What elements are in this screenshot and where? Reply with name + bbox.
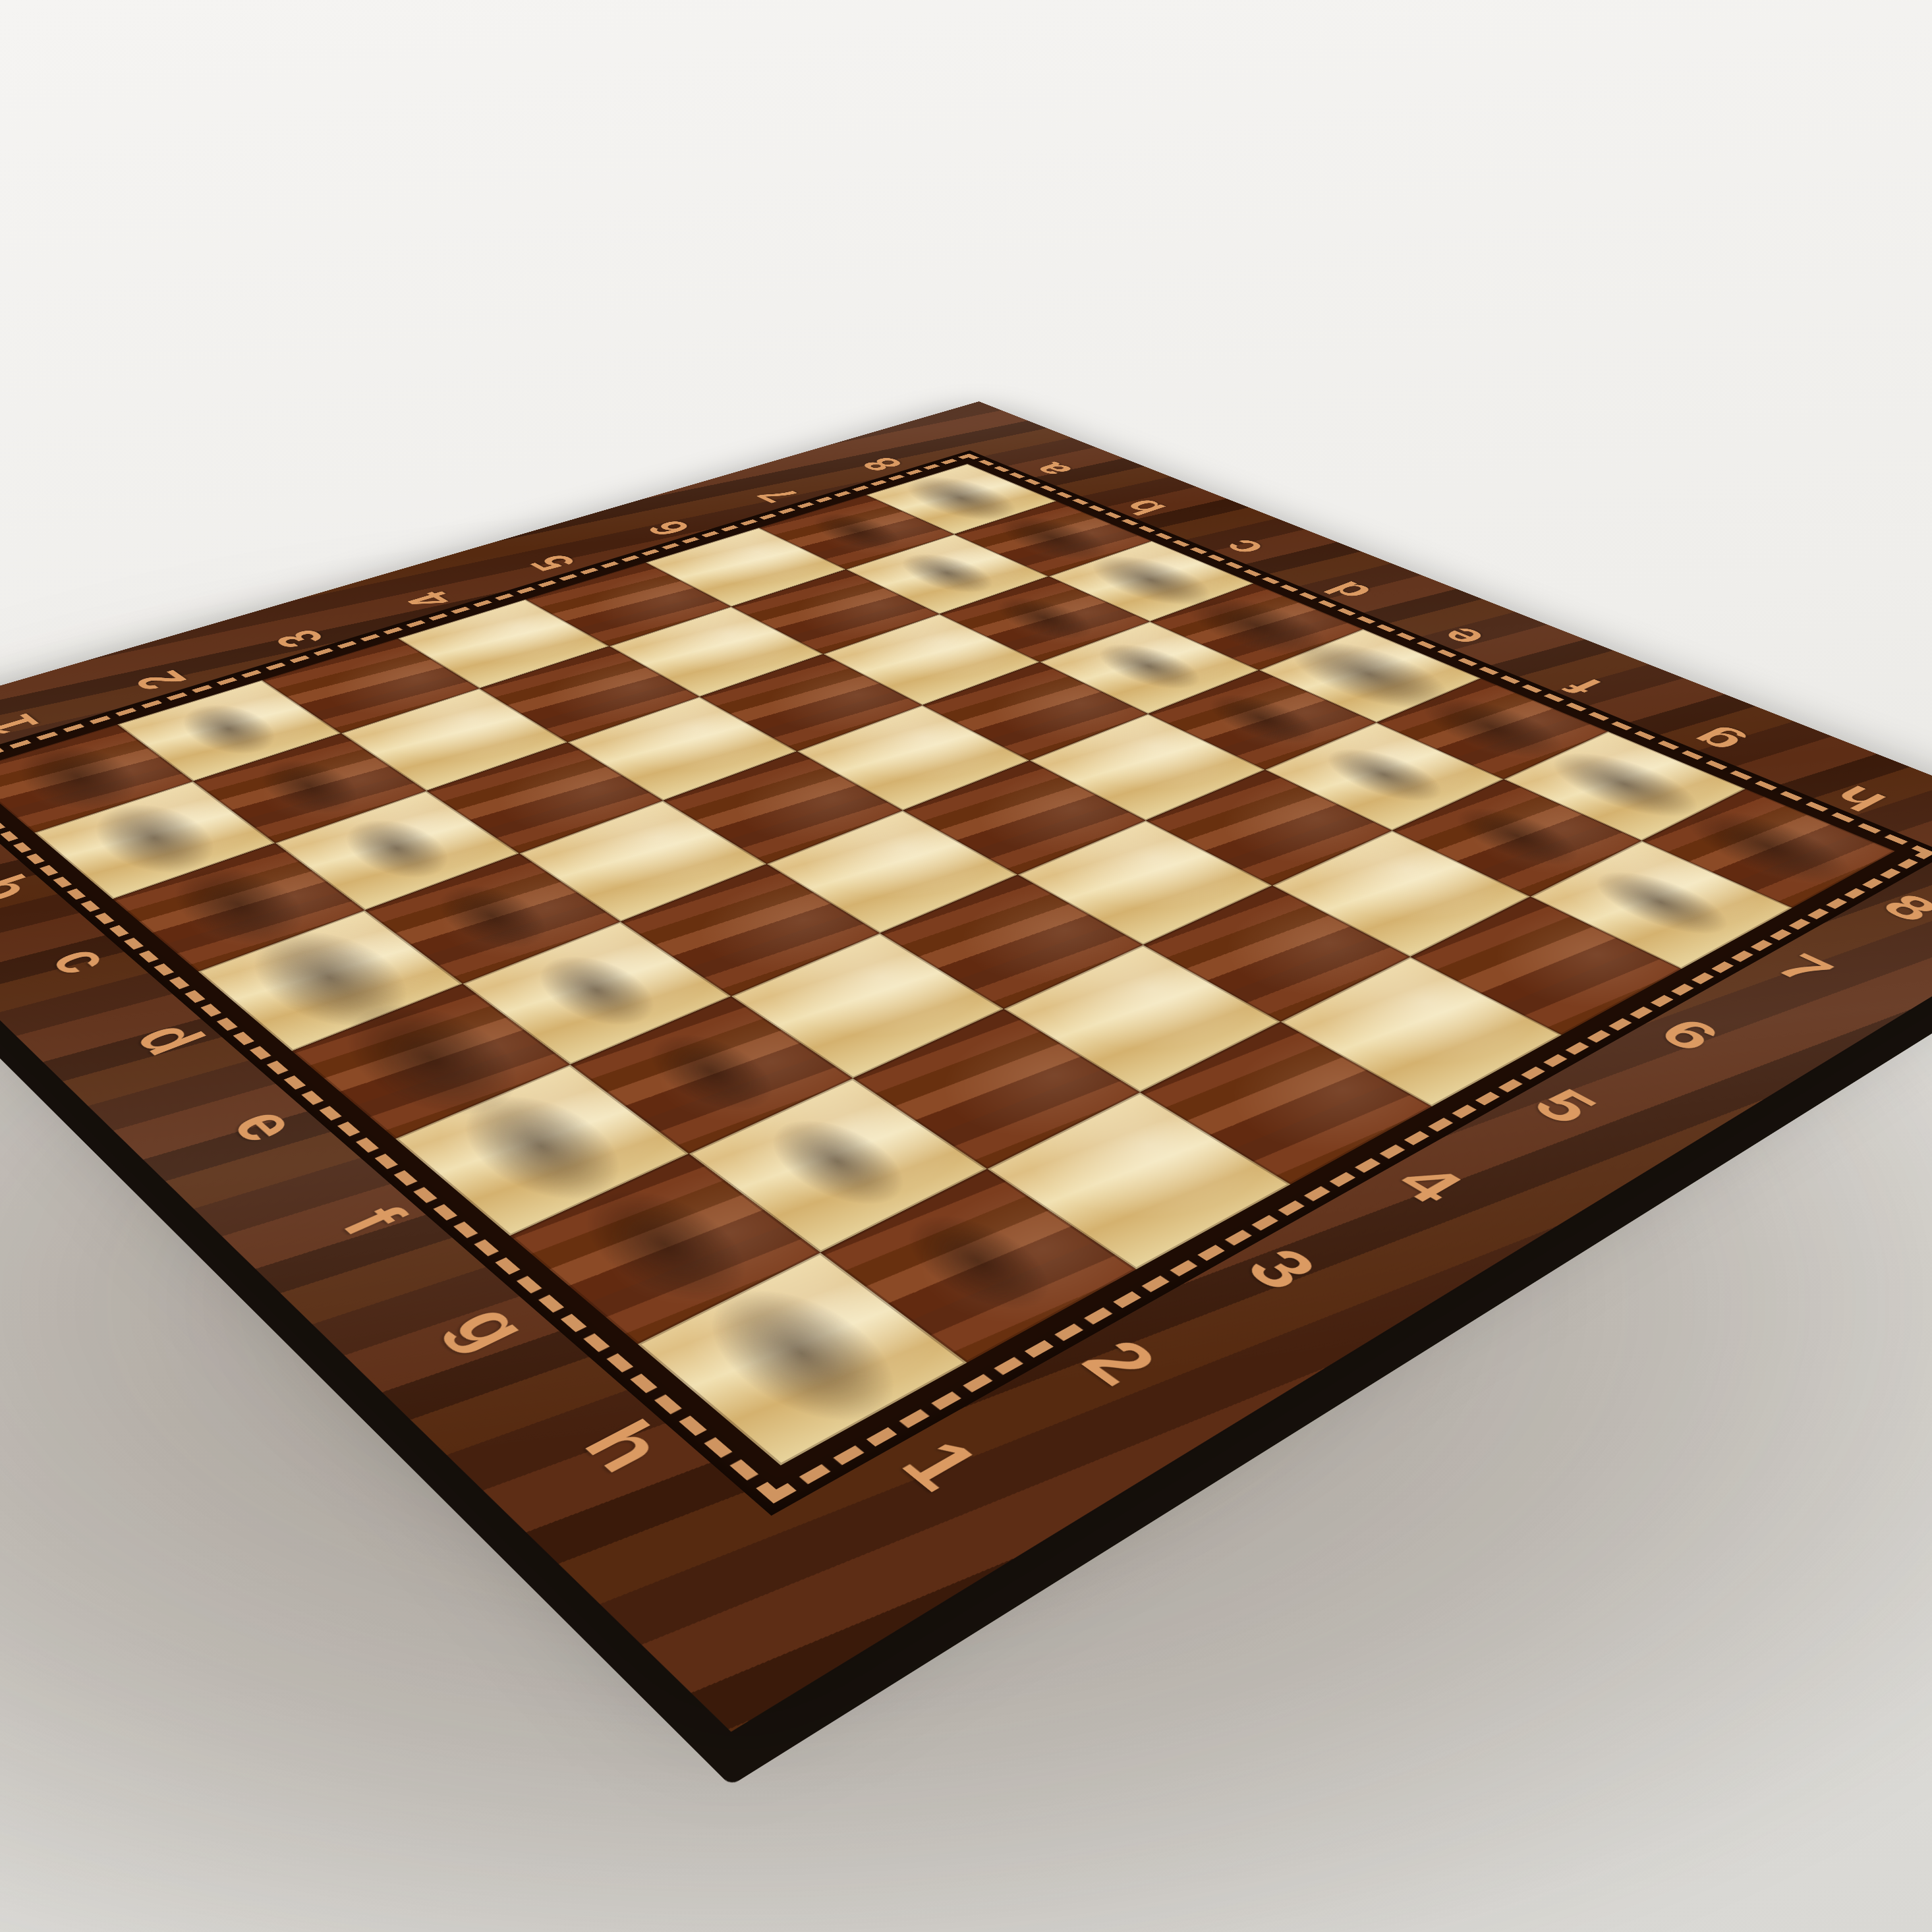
photo-scene: aabbccddeeffgghh1122334455667788♜♞♝♛♚♝♞♜… [0,0,1932,1932]
chess-piece-glyph: ♟ [1535,633,1786,913]
chess-piece-glyph: ♜ [595,912,1008,1372]
